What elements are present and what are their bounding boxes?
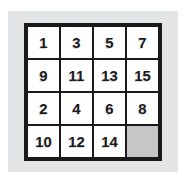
tile-14[interactable]: 14: [94, 126, 125, 157]
tile-2[interactable]: 2: [28, 93, 59, 124]
tile-10[interactable]: 10: [28, 126, 59, 157]
page: 135791113152468101214: [0, 0, 186, 183]
puzzle-panel: 135791113152468101214: [8, 11, 178, 172]
tile-13[interactable]: 13: [94, 60, 125, 91]
tile-7[interactable]: 7: [127, 27, 158, 58]
tile-5[interactable]: 5: [94, 27, 125, 58]
tile-12[interactable]: 12: [61, 126, 92, 157]
puzzle-board: 135791113152468101214: [24, 23, 162, 161]
tile-1[interactable]: 1: [28, 27, 59, 58]
tile-8[interactable]: 8: [127, 93, 158, 124]
tile-9[interactable]: 9: [28, 60, 59, 91]
empty-cell: [127, 126, 158, 157]
tile-3[interactable]: 3: [61, 27, 92, 58]
tile-15[interactable]: 15: [127, 60, 158, 91]
tile-4[interactable]: 4: [61, 93, 92, 124]
tile-11[interactable]: 11: [61, 60, 92, 91]
tile-6[interactable]: 6: [94, 93, 125, 124]
